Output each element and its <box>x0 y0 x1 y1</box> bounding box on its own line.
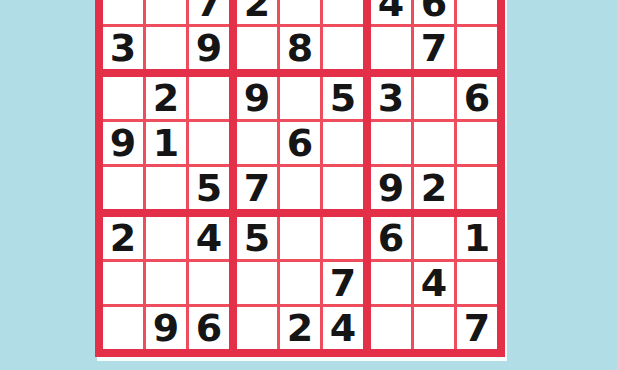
cell-r7c6[interactable] <box>323 217 363 259</box>
cell-r3c7[interactable] <box>371 27 411 69</box>
cell-r6c6[interactable] <box>323 167 363 209</box>
cell-r5c9[interactable] <box>457 122 497 164</box>
cell-r7c4[interactable]: 5 <box>237 217 277 259</box>
cell-r8c6[interactable]: 7 <box>323 262 363 304</box>
cell-r9c4[interactable] <box>237 307 277 349</box>
cell-r3c5[interactable]: 8 <box>280 27 320 69</box>
cell-r4c2[interactable]: 2 <box>146 77 186 119</box>
cell-r6c1[interactable] <box>103 167 143 209</box>
cell-r2c1[interactable] <box>103 0 143 24</box>
cell-r3c9[interactable] <box>457 27 497 69</box>
cell-r9c8[interactable] <box>414 307 454 349</box>
cell-r8c2[interactable] <box>146 262 186 304</box>
cell-r7c7[interactable]: 6 <box>371 217 411 259</box>
cell-r2c9[interactable] <box>457 0 497 24</box>
box-separator-vertical-1 <box>229 0 237 349</box>
cell-r4c7[interactable]: 3 <box>371 77 411 119</box>
cell-r6c4[interactable]: 7 <box>237 167 277 209</box>
cell-r5c4[interactable] <box>237 122 277 164</box>
cell-r6c9[interactable] <box>457 167 497 209</box>
cell-r6c2[interactable] <box>146 167 186 209</box>
cell-r3c8[interactable]: 7 <box>414 27 454 69</box>
cell-r7c3[interactable]: 4 <box>189 217 229 259</box>
page-background: { "game": "sudoku", "position": ".......… <box>0 0 617 370</box>
cell-r8c3[interactable] <box>189 262 229 304</box>
cell-r2c8[interactable]: 6 <box>414 0 454 24</box>
cell-r5c5[interactable]: 6 <box>280 122 320 164</box>
cell-r9c9[interactable]: 7 <box>457 307 497 349</box>
cell-r8c1[interactable] <box>103 262 143 304</box>
box-separator-vertical-2 <box>363 0 371 349</box>
cell-r2c5[interactable] <box>280 0 320 24</box>
cell-r4c1[interactable] <box>103 77 143 119</box>
cell-r4c6[interactable]: 5 <box>323 77 363 119</box>
cell-r4c3[interactable] <box>189 77 229 119</box>
cell-r5c2[interactable]: 1 <box>146 122 186 164</box>
cell-r2c4[interactable]: 2 <box>237 0 277 24</box>
cell-r2c7[interactable]: 4 <box>371 0 411 24</box>
cell-r5c7[interactable] <box>371 122 411 164</box>
cell-r6c7[interactable]: 9 <box>371 167 411 209</box>
cell-r8c8[interactable]: 4 <box>414 262 454 304</box>
cell-r9c5[interactable]: 2 <box>280 307 320 349</box>
sudoku-board: 72463987295369165792245617496247 <box>95 0 505 357</box>
cell-r8c9[interactable] <box>457 262 497 304</box>
cell-r5c6[interactable] <box>323 122 363 164</box>
cell-r7c5[interactable] <box>280 217 320 259</box>
cell-r4c5[interactable] <box>280 77 320 119</box>
cell-r4c8[interactable] <box>414 77 454 119</box>
cell-r3c3[interactable]: 9 <box>189 27 229 69</box>
cell-r9c1[interactable] <box>103 307 143 349</box>
cell-r7c8[interactable] <box>414 217 454 259</box>
cell-r5c1[interactable]: 9 <box>103 122 143 164</box>
cell-r4c9[interactable]: 6 <box>457 77 497 119</box>
cell-r9c6[interactable]: 4 <box>323 307 363 349</box>
cell-r7c9[interactable]: 1 <box>457 217 497 259</box>
cell-r6c3[interactable]: 5 <box>189 167 229 209</box>
cell-r9c3[interactable]: 6 <box>189 307 229 349</box>
cell-r7c1[interactable]: 2 <box>103 217 143 259</box>
cell-r7c2[interactable] <box>146 217 186 259</box>
cell-r3c1[interactable]: 3 <box>103 27 143 69</box>
box-separator-horizontal-2 <box>103 209 497 217</box>
cell-r6c8[interactable]: 2 <box>414 167 454 209</box>
cell-r8c5[interactable] <box>280 262 320 304</box>
cell-r3c6[interactable] <box>323 27 363 69</box>
cell-r9c2[interactable]: 9 <box>146 307 186 349</box>
cell-r3c2[interactable] <box>146 27 186 69</box>
cell-r6c5[interactable] <box>280 167 320 209</box>
cell-r2c2[interactable] <box>146 0 186 24</box>
cell-r2c6[interactable] <box>323 0 363 24</box>
cell-r8c4[interactable] <box>237 262 277 304</box>
cell-r9c7[interactable] <box>371 307 411 349</box>
cell-r5c3[interactable] <box>189 122 229 164</box>
cell-r3c4[interactable] <box>237 27 277 69</box>
cell-r8c7[interactable] <box>371 262 411 304</box>
cell-r4c4[interactable]: 9 <box>237 77 277 119</box>
cell-r5c8[interactable] <box>414 122 454 164</box>
cell-r2c3[interactable]: 7 <box>189 0 229 24</box>
